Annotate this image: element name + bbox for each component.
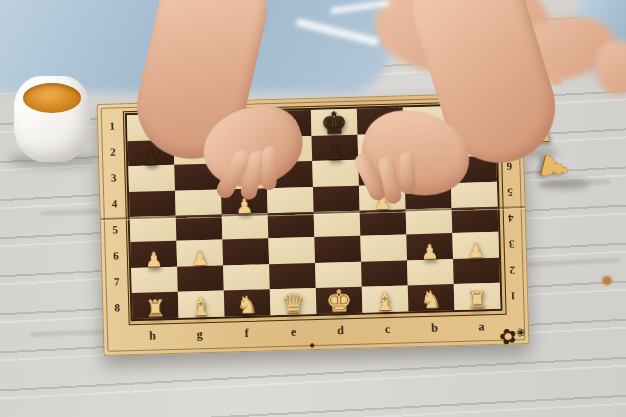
file-label-h: h bbox=[129, 324, 177, 347]
file-label-g: g bbox=[176, 323, 224, 346]
rank-label-left-1: 1 bbox=[104, 112, 121, 138]
square-c8[interactable]: ♝ bbox=[362, 285, 409, 312]
black-pawn-h2[interactable]: ♟ bbox=[142, 149, 160, 167]
square-d5[interactable] bbox=[314, 211, 361, 238]
white-pawn-b6[interactable]: ♟ bbox=[421, 242, 439, 260]
square-g4[interactable] bbox=[175, 189, 222, 216]
square-d1[interactable]: ♚ bbox=[311, 109, 358, 136]
square-h5[interactable] bbox=[130, 216, 177, 243]
square-b5[interactable] bbox=[406, 208, 453, 235]
file-label-b: b bbox=[411, 316, 459, 339]
square-f8[interactable]: ♞ bbox=[224, 289, 271, 316]
black-pawn-d2[interactable]: ♟ bbox=[326, 143, 344, 161]
black-king-d1[interactable]: ♚ bbox=[320, 109, 348, 137]
square-a6[interactable]: ♟ bbox=[452, 232, 499, 259]
square-e8[interactable]: ♛ bbox=[270, 288, 317, 315]
right-hand-thumb bbox=[399, 152, 415, 194]
white-rook-h8[interactable]: ♜ bbox=[145, 298, 166, 319]
wooden-piece-fragment bbox=[602, 276, 612, 285]
rank-label-left-4: 4 bbox=[106, 190, 123, 216]
left-hand-thumb bbox=[261, 146, 278, 190]
square-b8[interactable]: ♞ bbox=[408, 284, 455, 311]
square-d8[interactable]: ♚ bbox=[316, 287, 363, 314]
square-e6[interactable] bbox=[268, 237, 315, 264]
white-pawn-a6[interactable]: ♟ bbox=[467, 241, 485, 259]
square-f7[interactable] bbox=[223, 264, 270, 291]
rank-label-right-1: 1 bbox=[505, 283, 522, 309]
white-knight-b8[interactable]: ♞ bbox=[420, 290, 442, 312]
file-label-d: d bbox=[317, 319, 365, 342]
square-h4[interactable] bbox=[129, 190, 176, 217]
brand-mark: ◆ bbox=[309, 341, 315, 349]
white-king-d8[interactable]: ♚ bbox=[325, 287, 353, 315]
square-g8[interactable]: ♝ bbox=[178, 291, 225, 318]
rank-label-right-5: 5 bbox=[502, 179, 519, 205]
rank-label-left-3: 3 bbox=[105, 164, 122, 190]
square-g6[interactable]: ♟ bbox=[176, 240, 223, 267]
rank-label-right-4: 4 bbox=[503, 205, 520, 231]
file-label-e: e bbox=[270, 320, 318, 343]
square-d6[interactable] bbox=[314, 236, 361, 263]
rank-label-left-6: 6 bbox=[107, 242, 124, 268]
square-h8[interactable]: ♜ bbox=[132, 292, 179, 319]
rank-label-left-8: 8 bbox=[109, 294, 126, 320]
white-knight-f8[interactable]: ♞ bbox=[236, 295, 258, 317]
rank-label-right-3: 3 bbox=[503, 231, 520, 257]
rank-label-left-5: 5 bbox=[107, 216, 124, 242]
rank-label-left-2: 2 bbox=[105, 138, 122, 164]
file-label-c: c bbox=[364, 317, 412, 340]
tea-cup bbox=[14, 76, 90, 162]
square-h6[interactable]: ♟ bbox=[130, 241, 177, 268]
square-a4[interactable] bbox=[451, 182, 498, 209]
square-c7[interactable] bbox=[361, 260, 408, 287]
rank-label-right-2: 2 bbox=[504, 257, 521, 283]
white-bishop-c8[interactable]: ♝ bbox=[374, 290, 397, 313]
square-b6[interactable]: ♟ bbox=[406, 233, 453, 260]
square-g5[interactable] bbox=[176, 215, 223, 242]
square-e5[interactable] bbox=[268, 212, 315, 239]
square-c6[interactable] bbox=[360, 235, 407, 262]
tea-liquid bbox=[23, 83, 81, 113]
square-e4[interactable] bbox=[267, 187, 314, 214]
white-pawn-g6[interactable]: ♟ bbox=[191, 249, 209, 267]
photo-scene: 12345678 12345678 ♛♚♟♟♟♝♟♟♟♟♟♟♜♝♞♛♚♝♞♜ h… bbox=[0, 0, 626, 417]
toe bbox=[551, 75, 562, 85]
white-bishop-g8[interactable]: ♝ bbox=[190, 295, 213, 318]
white-rook-a8[interactable]: ♜ bbox=[467, 289, 488, 310]
square-d4[interactable] bbox=[313, 185, 360, 212]
file-label-f: f bbox=[223, 321, 271, 344]
square-a5[interactable] bbox=[452, 207, 499, 234]
rank-label-left-7: 7 bbox=[108, 268, 125, 294]
square-a8[interactable]: ♜ bbox=[454, 283, 501, 310]
white-queen-e8[interactable]: ♛ bbox=[281, 291, 306, 316]
square-e7[interactable] bbox=[269, 263, 316, 290]
white-pawn-h6[interactable]: ♟ bbox=[145, 250, 163, 268]
square-f6[interactable] bbox=[222, 239, 269, 266]
